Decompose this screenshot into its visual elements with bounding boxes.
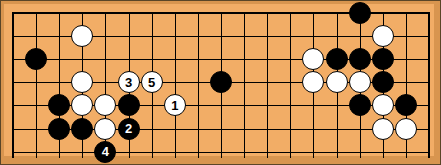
board-frame: 35124 xyxy=(0,0,441,165)
stone-black xyxy=(349,94,371,116)
move-number-label: 2 xyxy=(125,122,132,135)
go-diagram: 35124 xyxy=(0,0,441,165)
grid-vline xyxy=(244,12,245,158)
stone-white xyxy=(326,71,348,93)
grid-vline xyxy=(12,12,14,158)
stone-white-move-3: 3 xyxy=(118,71,140,93)
grid-vline xyxy=(175,12,176,158)
stone-black xyxy=(372,71,394,93)
stone-white xyxy=(395,118,417,140)
grid-vline xyxy=(428,12,430,158)
stone-white xyxy=(349,71,371,93)
stone-white xyxy=(94,118,116,140)
stone-white-move-5: 5 xyxy=(141,71,163,93)
stone-black xyxy=(349,2,371,24)
grid-vline xyxy=(36,12,37,158)
stone-black-move-2: 2 xyxy=(118,118,140,140)
stone-white xyxy=(372,118,394,140)
grid-vline xyxy=(198,12,199,158)
move-number-label: 4 xyxy=(102,145,109,158)
stone-black xyxy=(71,118,93,140)
grid-vline xyxy=(290,12,291,158)
stone-white xyxy=(372,25,394,47)
stone-black xyxy=(118,94,140,116)
stone-black xyxy=(349,48,371,70)
stone-black xyxy=(372,48,394,70)
stone-black xyxy=(48,118,70,140)
stone-black-move-4: 4 xyxy=(94,141,116,163)
stone-black xyxy=(326,48,348,70)
grid-vline xyxy=(267,12,268,158)
move-number-label: 1 xyxy=(171,99,178,112)
move-number-label: 5 xyxy=(148,76,155,89)
move-number-label: 3 xyxy=(125,76,132,89)
